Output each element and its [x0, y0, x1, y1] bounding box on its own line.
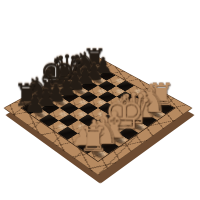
- black-pawn: ♟: [25, 92, 47, 116]
- chess-board: ♜♞♝♛♚♝♞♜♟♟♟♟♟♟♟♟♟♟♟♟♟♟♟♟♜♞♝♛♚♝♞♜: [3, 57, 193, 176]
- square-h1: ♜: [87, 146, 108, 160]
- white-rook: ♜: [79, 123, 109, 156]
- board-grid: ♜♞♝♛♚♝♞♜♟♟♟♟♟♟♟♟♟♟♟♟♟♟♟♟♜♞♝♛♚♝♞♜: [22, 66, 175, 161]
- board-frame: ♜♞♝♛♚♝♞♜♟♟♟♟♟♟♟♟♟♟♟♟♟♟♟♟♜♞♝♛♚♝♞♜: [3, 57, 193, 176]
- chess-set-photo: ♜♞♝♛♚♝♞♜♟♟♟♟♟♟♟♟♟♟♟♟♟♟♟♟♜♞♝♛♚♝♞♜: [0, 0, 200, 200]
